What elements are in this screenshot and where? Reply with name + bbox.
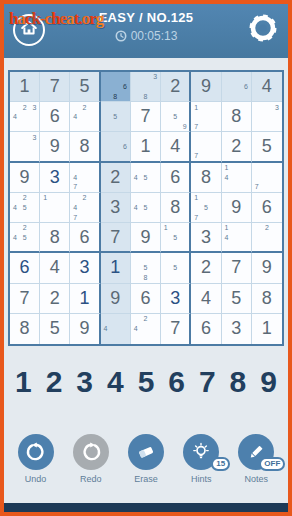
cell-r5c6[interactable]: 8 bbox=[161, 193, 191, 223]
pencil-notes: 47 bbox=[70, 163, 98, 192]
cell-r6c5[interactable]: 9 bbox=[131, 223, 161, 253]
pencil-notes: 3 bbox=[252, 102, 282, 131]
given-digit: 6 bbox=[80, 227, 90, 248]
user-digit: 1 bbox=[80, 288, 90, 309]
cell-r1c2[interactable]: 7 bbox=[40, 72, 70, 102]
pencil-notes: 4 bbox=[101, 314, 130, 344]
given-digit: 9 bbox=[110, 288, 120, 309]
given-digit: 9 bbox=[262, 257, 272, 278]
watermark: hack-cheat.org bbox=[9, 9, 103, 29]
given-digit: 7 bbox=[140, 106, 150, 127]
given-digit: 5 bbox=[262, 136, 272, 157]
bulb-icon: 15 bbox=[183, 434, 219, 470]
settings-button[interactable] bbox=[247, 14, 279, 46]
notes-state-badge: OFF bbox=[259, 457, 285, 471]
pencil-notes: 14 bbox=[222, 223, 251, 251]
cell-r5c7[interactable]: 157 bbox=[191, 193, 221, 223]
redo-icon bbox=[73, 434, 109, 470]
cell-r6c9[interactable]: 2 bbox=[252, 223, 282, 253]
clock-icon bbox=[115, 30, 127, 42]
pencil-notes: 7 bbox=[252, 163, 282, 192]
cell-r7c6[interactable]: 5 bbox=[161, 253, 191, 283]
given-digit: 4 bbox=[262, 76, 272, 97]
cell-r8c3[interactable]: 1 bbox=[70, 284, 100, 314]
given-digit: 1 bbox=[140, 136, 150, 157]
cell-r6c2[interactable]: 8 bbox=[40, 223, 70, 253]
cell-r7c8[interactable]: 7 bbox=[222, 253, 252, 283]
pencil-notes: 45 bbox=[131, 193, 160, 222]
cell-r2c2[interactable]: 6 bbox=[40, 102, 70, 132]
cell-r6c4[interactable]: 7 bbox=[101, 223, 131, 253]
numpad-3[interactable]: 3 bbox=[76, 367, 93, 397]
cell-r9c8[interactable]: 3 bbox=[222, 314, 252, 344]
cell-r1c9[interactable]: 4 bbox=[252, 72, 282, 102]
undo-button[interactable]: Undo bbox=[10, 434, 62, 484]
given-digit: 8 bbox=[231, 106, 241, 127]
pencil-notes: 6 bbox=[101, 132, 130, 160]
given-digit: 3 bbox=[110, 197, 120, 218]
pencil-notes: 38 bbox=[131, 72, 160, 101]
cell-r4c4[interactable]: 2 bbox=[101, 163, 131, 193]
given-digit: 5 bbox=[50, 318, 60, 339]
cell-r3c6[interactable]: 4 bbox=[161, 132, 191, 162]
numpad-4[interactable]: 4 bbox=[107, 367, 124, 397]
user-digit: 1 bbox=[110, 257, 120, 278]
cell-r9c2[interactable]: 5 bbox=[40, 314, 70, 344]
gear-icon bbox=[247, 12, 279, 48]
pencil-icon: OFF bbox=[238, 434, 274, 470]
eraser-icon bbox=[128, 434, 164, 470]
pencil-notes: 17 bbox=[191, 102, 220, 131]
pencil-notes: 6 bbox=[222, 72, 251, 101]
user-digit: 3 bbox=[50, 167, 60, 188]
user-digit: 6 bbox=[20, 257, 30, 278]
cell-r4c8[interactable]: 14 bbox=[222, 163, 252, 193]
cell-r7c1[interactable]: 6 bbox=[10, 253, 40, 283]
given-digit: 6 bbox=[140, 288, 150, 309]
erase-button[interactable]: Erase bbox=[120, 434, 172, 484]
cell-r9c5[interactable]: 24 bbox=[131, 314, 161, 344]
numpad-5[interactable]: 5 bbox=[138, 367, 155, 397]
cell-r2c9[interactable]: 3 bbox=[252, 102, 282, 132]
pencil-notes: 2 bbox=[252, 223, 282, 251]
user-digit: 3 bbox=[170, 288, 180, 309]
hints-button[interactable]: 15 Hints bbox=[175, 434, 227, 484]
given-digit: 9 bbox=[201, 76, 211, 97]
cell-r1c6[interactable]: 2 bbox=[161, 72, 191, 102]
cell-r9c9[interactable]: 1 bbox=[252, 314, 282, 344]
cell-r7c7[interactable]: 2 bbox=[191, 253, 221, 283]
given-digit: 5 bbox=[231, 288, 241, 309]
given-digit: 2 bbox=[201, 257, 211, 278]
given-digit: 4 bbox=[170, 136, 180, 157]
erase-label: Erase bbox=[134, 474, 158, 484]
given-digit: 2 bbox=[231, 136, 241, 157]
cell-r4c2[interactable]: 3 bbox=[40, 163, 70, 193]
pencil-notes: 247 bbox=[70, 193, 98, 222]
numpad-7[interactable]: 7 bbox=[199, 367, 216, 397]
cell-r1c8[interactable]: 6 bbox=[222, 72, 252, 102]
cell-r4c6[interactable]: 6 bbox=[161, 163, 191, 193]
cell-r6c7[interactable]: 3 bbox=[191, 223, 221, 253]
notes-button[interactable]: OFF Notes bbox=[230, 434, 282, 484]
cell-r9c1[interactable]: 8 bbox=[10, 314, 40, 344]
numpad-9[interactable]: 9 bbox=[260, 367, 277, 397]
pencil-notes: 45 bbox=[131, 163, 160, 192]
given-digit: 9 bbox=[140, 227, 150, 248]
given-digit: 8 bbox=[170, 197, 180, 218]
cell-r1c5[interactable]: 38 bbox=[131, 72, 161, 102]
numpad-6[interactable]: 6 bbox=[168, 367, 185, 397]
cell-r4c1[interactable]: 9 bbox=[10, 163, 40, 193]
cell-r7c3[interactable]: 3 bbox=[70, 253, 100, 283]
sudoku-board: 1756838296423462457591783398614725934724… bbox=[8, 70, 284, 346]
pencil-notes: 24 bbox=[131, 314, 160, 344]
given-digit: 9 bbox=[20, 167, 30, 188]
pencil-notes: 14 bbox=[222, 163, 251, 192]
app-frame: hack-cheat.org EASY / NO.125 bbox=[0, 0, 292, 516]
given-digit: 6 bbox=[50, 106, 60, 127]
given-digit: 1 bbox=[262, 318, 272, 339]
cell-r8c7[interactable]: 4 bbox=[191, 284, 221, 314]
pencil-notes: 245 bbox=[10, 223, 39, 251]
cell-r2c6[interactable]: 59 bbox=[161, 102, 191, 132]
cell-r9c3[interactable]: 9 bbox=[70, 314, 100, 344]
undo-label: Undo bbox=[25, 474, 47, 484]
cell-r3c5[interactable]: 1 bbox=[131, 132, 161, 162]
pencil-notes: 5 bbox=[101, 102, 130, 131]
notes-label: Notes bbox=[245, 474, 269, 484]
cell-r8c2[interactable]: 2 bbox=[40, 284, 70, 314]
cell-r3c9[interactable]: 5 bbox=[252, 132, 282, 162]
given-digit: 9 bbox=[80, 318, 90, 339]
given-digit: 7 bbox=[110, 227, 120, 248]
cell-r8c8[interactable]: 5 bbox=[222, 284, 252, 314]
number-pad: 123456789 bbox=[4, 364, 288, 400]
cell-r2c7[interactable]: 17 bbox=[191, 102, 221, 132]
cell-r8c9[interactable]: 8 bbox=[252, 284, 282, 314]
given-digit: 8 bbox=[201, 167, 211, 188]
cell-r6c1[interactable]: 245 bbox=[10, 223, 40, 253]
cell-r4c3[interactable]: 47 bbox=[70, 163, 100, 193]
cell-r4c9[interactable]: 7 bbox=[252, 163, 282, 193]
cell-r6c6[interactable]: 15 bbox=[161, 223, 191, 253]
given-digit: 4 bbox=[50, 257, 60, 278]
given-digit: 9 bbox=[50, 136, 60, 157]
cell-r8c4[interactable]: 9 bbox=[101, 284, 131, 314]
cell-r5c2[interactable]: 1 bbox=[40, 193, 70, 223]
cell-r7c4[interactable]: 1 bbox=[101, 253, 131, 283]
cell-r4c7[interactable]: 8 bbox=[191, 163, 221, 193]
numpad-2[interactable]: 2 bbox=[46, 367, 63, 397]
cell-r6c3[interactable]: 6 bbox=[70, 223, 100, 253]
user-digit: 3 bbox=[80, 257, 90, 278]
pencil-notes: 245 bbox=[10, 193, 39, 222]
pencil-notes: 157 bbox=[191, 193, 220, 222]
given-digit: 9 bbox=[231, 197, 241, 218]
cell-r7c5[interactable]: 58 bbox=[131, 253, 161, 283]
redo-label: Redo bbox=[80, 474, 102, 484]
numpad-8[interactable]: 8 bbox=[230, 367, 247, 397]
numpad-1[interactable]: 1 bbox=[15, 367, 32, 397]
given-digit: 8 bbox=[50, 227, 60, 248]
undo-icon bbox=[18, 434, 54, 470]
given-digit: 8 bbox=[80, 136, 90, 157]
cell-r1c4[interactable]: 68 bbox=[101, 72, 131, 102]
pencil-notes: 58 bbox=[131, 253, 160, 282]
pencil-notes: 234 bbox=[10, 102, 39, 131]
cell-r2c1[interactable]: 234 bbox=[10, 102, 40, 132]
pencil-notes: 7 bbox=[191, 132, 220, 160]
cell-r5c3[interactable]: 247 bbox=[70, 193, 100, 223]
given-digit: 7 bbox=[231, 257, 241, 278]
pencil-notes: 59 bbox=[161, 102, 189, 131]
cell-r3c7[interactable]: 7 bbox=[191, 132, 221, 162]
cell-r8c5[interactable]: 6 bbox=[131, 284, 161, 314]
bottom-strip bbox=[4, 503, 288, 512]
given-digit: 8 bbox=[20, 318, 30, 339]
cell-r2c3[interactable]: 24 bbox=[70, 102, 100, 132]
cell-r3c1[interactable]: 3 bbox=[10, 132, 40, 162]
given-digit: 2 bbox=[170, 76, 180, 97]
given-digit: 7 bbox=[170, 318, 180, 339]
given-digit: 5 bbox=[80, 76, 90, 97]
given-digit: 7 bbox=[50, 76, 60, 97]
given-digit: 6 bbox=[262, 197, 272, 218]
pencil-notes: 68 bbox=[101, 72, 130, 101]
cell-r1c1[interactable]: 1 bbox=[10, 72, 40, 102]
cell-r8c6[interactable]: 3 bbox=[161, 284, 191, 314]
spacer bbox=[4, 488, 288, 503]
given-digit: 6 bbox=[201, 318, 211, 339]
given-digit: 3 bbox=[231, 318, 241, 339]
cell-r3c3[interactable]: 8 bbox=[70, 132, 100, 162]
cell-r7c9[interactable]: 9 bbox=[252, 253, 282, 283]
cell-r8c1[interactable]: 7 bbox=[10, 284, 40, 314]
cell-r6c8[interactable]: 14 bbox=[222, 223, 252, 253]
cell-r9c7[interactable]: 6 bbox=[191, 314, 221, 344]
pencil-notes: 24 bbox=[70, 102, 98, 131]
cell-r5c9[interactable]: 6 bbox=[252, 193, 282, 223]
cell-r5c4[interactable]: 3 bbox=[101, 193, 131, 223]
cell-r1c3[interactable]: 5 bbox=[70, 72, 100, 102]
given-digit: 7 bbox=[20, 288, 30, 309]
given-digit: 8 bbox=[262, 288, 272, 309]
redo-button[interactable]: Redo bbox=[65, 434, 117, 484]
cell-r9c6[interactable]: 7 bbox=[161, 314, 191, 344]
cell-r7c2[interactable]: 4 bbox=[40, 253, 70, 283]
pencil-notes: 15 bbox=[161, 223, 189, 251]
given-digit: 2 bbox=[110, 167, 120, 188]
cell-r4c5[interactable]: 45 bbox=[131, 163, 161, 193]
given-digit: 4 bbox=[201, 288, 211, 309]
cell-r2c8[interactable]: 8 bbox=[222, 102, 252, 132]
given-digit: 2 bbox=[50, 288, 60, 309]
toolbar: Undo Redo Erase bbox=[4, 434, 288, 488]
cell-r3c8[interactable]: 2 bbox=[222, 132, 252, 162]
cell-r5c5[interactable]: 45 bbox=[131, 193, 161, 223]
cell-r1c7[interactable]: 9 bbox=[191, 72, 221, 102]
hints-label: Hints bbox=[191, 474, 212, 484]
pencil-notes: 1 bbox=[40, 193, 69, 222]
cell-r3c2[interactable]: 9 bbox=[40, 132, 70, 162]
given-digit: 6 bbox=[170, 167, 180, 188]
cell-r5c1[interactable]: 245 bbox=[10, 193, 40, 223]
cell-r9c4[interactable]: 4 bbox=[101, 314, 131, 344]
pencil-notes: 5 bbox=[161, 253, 189, 282]
timer-value: 00:05:13 bbox=[131, 29, 178, 43]
pencil-notes: 3 bbox=[10, 132, 39, 160]
hints-count-badge: 15 bbox=[211, 457, 230, 471]
cell-r5c8[interactable]: 9 bbox=[222, 193, 252, 223]
cell-r2c5[interactable]: 7 bbox=[131, 102, 161, 132]
cell-r3c4[interactable]: 6 bbox=[101, 132, 131, 162]
cell-r2c4[interactable]: 5 bbox=[101, 102, 131, 132]
given-digit: 3 bbox=[201, 227, 211, 248]
given-digit: 1 bbox=[20, 76, 30, 97]
